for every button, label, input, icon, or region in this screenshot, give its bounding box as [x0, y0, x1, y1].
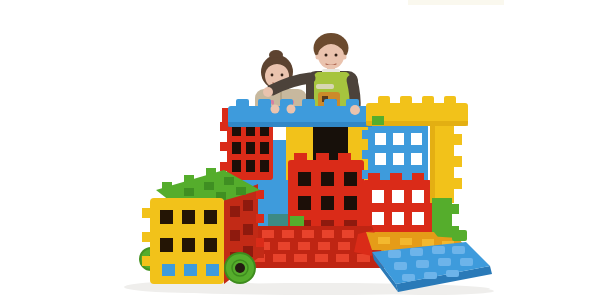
boy-hand-right	[350, 105, 360, 115]
girl-hand-right	[287, 105, 296, 114]
boy-hand-on-shoulder	[263, 87, 273, 97]
girl-hand-left	[271, 105, 280, 114]
cube-base-tab	[162, 264, 175, 276]
product-photo-illustration	[0, 0, 609, 298]
watermark-remnant	[408, 0, 504, 5]
green-floor-piece	[290, 216, 304, 226]
cube-base-tab	[206, 264, 219, 276]
cube-front-yellow	[142, 198, 224, 284]
girl-eye-right	[281, 74, 284, 77]
cube-wheel-right	[225, 253, 255, 283]
boy-eye-left	[325, 54, 328, 57]
girl-eye-left	[271, 74, 274, 77]
boy-eye-right	[335, 54, 338, 57]
green-panel-tab	[452, 230, 467, 241]
product-photo	[0, 0, 609, 298]
teal-floor-piece	[268, 214, 288, 228]
green-connector-tab	[372, 116, 384, 125]
boy-vest-label	[316, 84, 334, 89]
cube-base-tab	[184, 264, 197, 276]
